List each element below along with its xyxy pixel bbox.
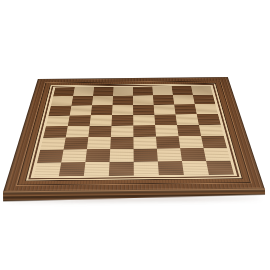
square	[172, 86, 193, 95]
square	[193, 95, 215, 105]
square	[110, 137, 133, 149]
square	[195, 104, 218, 114]
square	[111, 115, 133, 126]
inner-beech-border	[30, 85, 237, 178]
square	[66, 126, 90, 138]
square	[71, 96, 93, 106]
frame-inner-band	[18, 81, 250, 184]
square	[111, 126, 134, 138]
square	[153, 95, 174, 105]
frame-step-groove	[25, 83, 243, 181]
board-outer-edge	[3, 77, 265, 192]
square	[113, 87, 133, 96]
square	[40, 138, 65, 150]
square	[204, 148, 231, 161]
square	[174, 104, 197, 114]
square	[179, 136, 204, 148]
square	[73, 87, 94, 96]
square	[112, 105, 133, 115]
square	[152, 86, 173, 95]
board-top-surface	[3, 77, 265, 192]
square	[173, 95, 195, 105]
square	[70, 105, 92, 115]
square	[158, 161, 184, 175]
square	[88, 126, 111, 138]
square	[51, 96, 73, 106]
square	[182, 161, 209, 175]
square	[133, 95, 154, 105]
square	[197, 114, 221, 125]
square	[201, 136, 227, 148]
square	[93, 87, 113, 96]
walnut-pinstripe	[28, 84, 239, 179]
beech-pinstripe	[26, 84, 242, 181]
square	[133, 125, 156, 137]
square	[110, 149, 134, 162]
square	[68, 115, 91, 126]
square	[91, 105, 113, 115]
square	[90, 115, 112, 126]
square	[87, 137, 111, 149]
square	[46, 116, 70, 127]
square	[48, 106, 71, 116]
square	[61, 149, 87, 162]
square	[154, 114, 177, 125]
square	[154, 105, 176, 115]
square	[133, 105, 154, 115]
square	[113, 96, 134, 106]
frame-molding-highlight	[16, 81, 252, 186]
square	[59, 162, 86, 176]
square	[206, 161, 234, 175]
square	[133, 87, 153, 96]
square	[199, 125, 224, 136]
square	[64, 137, 89, 149]
square	[157, 148, 182, 161]
square	[134, 161, 159, 175]
playing-field	[34, 86, 234, 177]
product-photo-background	[0, 0, 270, 270]
square	[53, 87, 75, 96]
square	[84, 162, 110, 176]
square	[176, 114, 199, 125]
chessboard	[1, 0, 266, 270]
square	[85, 149, 110, 162]
square	[180, 148, 206, 161]
square	[134, 149, 158, 162]
square	[133, 115, 155, 126]
square	[155, 125, 178, 137]
square	[177, 125, 201, 136]
square	[34, 162, 62, 176]
square	[191, 86, 213, 95]
square	[43, 126, 68, 138]
square	[92, 96, 113, 106]
frame-molding-groove	[17, 81, 251, 185]
square	[156, 136, 180, 148]
square	[133, 137, 156, 149]
frame-outer-band	[4, 77, 264, 191]
square	[109, 162, 134, 176]
square	[37, 150, 63, 163]
